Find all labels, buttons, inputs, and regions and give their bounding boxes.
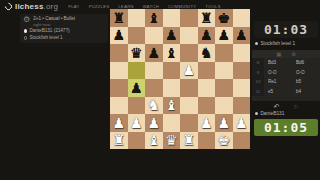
square-d4[interactable] <box>163 79 181 97</box>
square-d3[interactable]: ♝ <box>163 97 181 115</box>
move-list: 8Bd3Bd69O-OO-O10Re1b511e5b4 <box>252 58 320 96</box>
piece-white-pawn[interactable]: ♟ <box>217 116 230 130</box>
lichess-game-page: lichess.org PLAYPUZZLESLEARNWATCHCOMMUNI… <box>0 0 320 180</box>
square-b5[interactable] <box>128 62 146 80</box>
nav-item-play[interactable]: PLAY <box>68 4 80 9</box>
white-player-dot-icon <box>255 112 258 115</box>
move-row: 11e5b4 <box>252 87 320 97</box>
square-a5[interactable] <box>110 62 128 80</box>
square-h6[interactable] <box>233 44 251 62</box>
piece-black-pawn[interactable]: ♟ <box>130 81 143 95</box>
piece-black-pawn[interactable]: ♟ <box>165 28 178 42</box>
lichess-logo-icon <box>4 2 14 12</box>
square-e5[interactable]: ♟ <box>180 62 198 80</box>
settings-icon[interactable]: ⚙ <box>291 51 295 57</box>
square-g5[interactable] <box>215 62 233 80</box>
black-player-link[interactable]: Stockfish level 1 <box>29 35 62 41</box>
piece-black-rook[interactable]: ♜ <box>200 11 213 25</box>
square-e8[interactable] <box>180 9 198 27</box>
resign-flag-icon[interactable]: ⚐ <box>293 103 298 111</box>
piece-black-pawn[interactable]: ♟ <box>235 28 248 42</box>
square-f3[interactable] <box>198 97 216 115</box>
piece-black-queen[interactable]: ♛ <box>130 46 143 60</box>
square-c8[interactable]: ♝ <box>145 9 163 27</box>
lichess-logo-text: lichess.org <box>15 2 58 11</box>
piece-white-rook[interactable]: ♜ <box>112 133 125 147</box>
square-f6[interactable]: ♞ <box>198 44 216 62</box>
white-move[interactable]: Bd3 <box>264 60 292 65</box>
square-a7[interactable]: ♟ <box>110 27 128 45</box>
square-a4[interactable] <box>110 79 128 97</box>
white-move[interactable]: Re1 <box>264 79 292 84</box>
square-f1[interactable] <box>198 132 216 150</box>
piece-black-pawn[interactable]: ♟ <box>200 28 213 42</box>
square-b7[interactable] <box>128 27 146 45</box>
piece-black-knight[interactable]: ♞ <box>200 46 213 60</box>
piece-white-pawn[interactable]: ♟ <box>200 116 213 130</box>
piece-white-queen[interactable]: ♛ <box>165 133 178 147</box>
move-number: 11 <box>252 87 264 97</box>
square-e4[interactable] <box>180 79 198 97</box>
piece-black-rook[interactable]: ♜ <box>112 11 125 25</box>
move-number: 8 <box>252 58 264 68</box>
white-move[interactable]: O-O <box>264 70 292 75</box>
square-c7[interactable] <box>145 27 163 45</box>
move-list-panel: ▦ ⚙ 8Bd3Bd69O-OO-O10Re1b511e5b4 <box>252 50 320 101</box>
square-c5[interactable] <box>145 62 163 80</box>
black-player-icon <box>24 36 27 39</box>
black-move[interactable]: O-O <box>292 70 320 75</box>
square-c2[interactable]: ♟ <box>145 114 163 132</box>
game-start-time: right now <box>33 22 75 27</box>
square-g6[interactable] <box>215 44 233 62</box>
white-player-icon <box>24 29 27 32</box>
square-c3[interactable]: ♞ <box>145 97 163 115</box>
square-h3[interactable] <box>233 97 251 115</box>
square-g7[interactable]: ♟ <box>215 27 233 45</box>
square-a8[interactable]: ♜ <box>110 9 128 27</box>
square-d2[interactable] <box>163 114 181 132</box>
piece-black-pawn[interactable]: ♟ <box>112 28 125 42</box>
piece-white-king[interactable]: ♚ <box>217 133 230 147</box>
square-e3[interactable] <box>180 97 198 115</box>
black-move[interactable]: b4 <box>292 89 320 94</box>
piece-white-pawn[interactable]: ♟ <box>235 116 248 130</box>
square-b4[interactable]: ♟ <box>128 79 146 97</box>
square-h5[interactable] <box>233 62 251 80</box>
move-row: 8Bd3Bd6 <box>252 58 320 68</box>
black-player-dot-icon <box>255 42 258 45</box>
move-number: 10 <box>252 77 264 87</box>
piece-white-pawn[interactable]: ♟ <box>182 63 195 77</box>
square-g3[interactable] <box>215 97 233 115</box>
white-clock: 01:05 <box>254 119 318 136</box>
square-f5[interactable] <box>198 62 216 80</box>
piece-white-knight[interactable]: ♞ <box>147 98 160 112</box>
black-player-row: Stockfish level 1 <box>255 41 295 46</box>
square-d1[interactable]: ♛ <box>163 132 181 150</box>
square-a2[interactable]: ♟ <box>110 114 128 132</box>
square-h8[interactable] <box>233 9 251 27</box>
square-b1[interactable] <box>128 132 146 150</box>
square-h1[interactable] <box>233 132 251 150</box>
black-move[interactable]: b5 <box>292 79 320 84</box>
square-b3[interactable] <box>128 97 146 115</box>
piece-white-pawn[interactable]: ♟ <box>112 116 125 130</box>
black-player-name[interactable]: Stockfish level 1 <box>260 41 295 46</box>
square-d6[interactable]: ♝ <box>163 44 181 62</box>
piece-white-pawn[interactable]: ♟ <box>147 116 160 130</box>
white-move[interactable]: e5 <box>264 89 292 94</box>
square-e7[interactable] <box>180 27 198 45</box>
move-row: 10Re1b5 <box>252 77 320 87</box>
square-g4[interactable] <box>215 79 233 97</box>
move-list-toolbar: ▦ ⚙ <box>252 50 320 58</box>
piece-white-bishop[interactable]: ♝ <box>147 133 160 147</box>
square-h4[interactable] <box>233 79 251 97</box>
piece-black-king[interactable]: ♚ <box>217 11 230 25</box>
square-a6[interactable] <box>110 44 128 62</box>
piece-black-bishop[interactable]: ♝ <box>147 11 160 25</box>
square-c1[interactable]: ♝ <box>145 132 163 150</box>
takeback-icon[interactable]: ↶ <box>274 103 280 111</box>
move-row: 9O-OO-O <box>252 68 320 78</box>
game-setup-cog-icon: ⚙ <box>23 16 30 24</box>
piece-black-pawn[interactable]: ♟ <box>217 28 230 42</box>
square-c6[interactable]: ♟ <box>145 44 163 62</box>
square-e6[interactable] <box>180 44 198 62</box>
lichess-logo[interactable]: lichess.org <box>5 2 58 11</box>
nav-item-puzzles[interactable]: PUZZLES <box>89 4 110 9</box>
square-g2[interactable]: ♟ <box>215 114 233 132</box>
chess-board: ♜♝♜♚♟♟♟♟♟♛♟♝♞♟♟♞♝♟♟♟♟♟♟♜♝♛♜♚ <box>110 9 250 149</box>
square-f4[interactable] <box>198 79 216 97</box>
analysis-icon[interactable]: ▦ <box>276 51 281 57</box>
square-a1[interactable]: ♜ <box>110 132 128 150</box>
square-a3[interactable] <box>110 97 128 115</box>
white-player-name[interactable]: DanteB131 <box>260 111 284 116</box>
move-number: 9 <box>252 68 264 78</box>
piece-white-bishop[interactable]: ♝ <box>165 98 178 112</box>
black-move[interactable]: Bd6 <box>292 60 320 65</box>
piece-white-pawn[interactable]: ♟ <box>130 116 143 130</box>
piece-black-pawn[interactable]: ♟ <box>147 46 160 60</box>
square-f2[interactable]: ♟ <box>198 114 216 132</box>
square-d7[interactable]: ♟ <box>163 27 181 45</box>
square-d5[interactable] <box>163 62 181 80</box>
piece-black-bishop[interactable]: ♝ <box>165 46 178 60</box>
white-player-link[interactable]: DanteB131 (2147?) <box>29 28 69 34</box>
square-b6[interactable]: ♛ <box>128 44 146 62</box>
square-f7[interactable]: ♟ <box>198 27 216 45</box>
square-g1[interactable]: ♚ <box>215 132 233 150</box>
square-h2[interactable]: ♟ <box>233 114 251 132</box>
square-h7[interactable]: ♟ <box>233 27 251 45</box>
square-b2[interactable]: ♟ <box>128 114 146 132</box>
square-g8[interactable]: ♚ <box>215 9 233 27</box>
piece-white-rook[interactable]: ♜ <box>182 133 195 147</box>
square-d8[interactable] <box>163 9 181 27</box>
square-f8[interactable]: ♜ <box>198 9 216 27</box>
square-e1[interactable]: ♜ <box>180 132 198 150</box>
white-player-row: DanteB131 <box>255 111 284 116</box>
square-e2[interactable] <box>180 114 198 132</box>
game-action-bar: ↶ ⚐ <box>252 102 320 111</box>
game-info-panel: ⚙ 2+1 • Casual • Bullet right now DanteB… <box>20 14 108 43</box>
square-b8[interactable] <box>128 9 146 27</box>
square-c4[interactable] <box>145 79 163 97</box>
black-clock: 01:03 <box>254 21 318 38</box>
